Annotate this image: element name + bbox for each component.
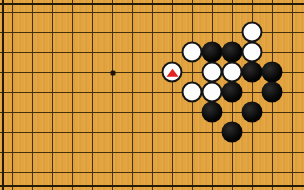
- intersection: [223, 63, 243, 83]
- intersection: [183, 83, 203, 103]
- intersection: [243, 63, 263, 83]
- stones-layer: [3, 3, 303, 183]
- black-stone: [202, 42, 223, 63]
- white-stone: [202, 62, 223, 83]
- black-stone: [222, 42, 243, 63]
- white-stone: [242, 22, 263, 43]
- intersection: [203, 83, 223, 103]
- black-stone: [222, 82, 243, 103]
- intersection: [243, 103, 263, 123]
- black-stone: [262, 62, 283, 83]
- intersection: [223, 43, 243, 63]
- board-edge-line-bottom: [0, 185, 304, 187]
- intersection: [263, 63, 283, 83]
- intersection: [183, 43, 203, 63]
- intersection: [203, 43, 223, 63]
- black-stone: [222, 122, 243, 143]
- black-stone: [242, 62, 263, 83]
- intersection: [223, 83, 243, 103]
- black-stone: [242, 102, 263, 123]
- intersection: [223, 123, 243, 143]
- intersection: [203, 103, 223, 123]
- intersection: [203, 63, 223, 83]
- intersection: [243, 43, 263, 63]
- video-frame: [0, 0, 304, 190]
- star-point: [111, 71, 116, 76]
- intersection: [243, 23, 263, 43]
- intersection: [163, 63, 183, 83]
- go-board: [0, 0, 304, 190]
- white-stone: [182, 42, 203, 63]
- white-stone: [242, 42, 263, 63]
- last-move-triangle-marker-icon: [166, 68, 178, 76]
- marked-white-stone: [162, 62, 183, 83]
- white-stone: [202, 82, 223, 103]
- black-stone: [202, 102, 223, 123]
- intersection: [103, 63, 123, 83]
- black-stone: [262, 82, 283, 103]
- white-stone: [222, 62, 243, 83]
- intersection: [263, 83, 283, 103]
- white-stone: [182, 82, 203, 103]
